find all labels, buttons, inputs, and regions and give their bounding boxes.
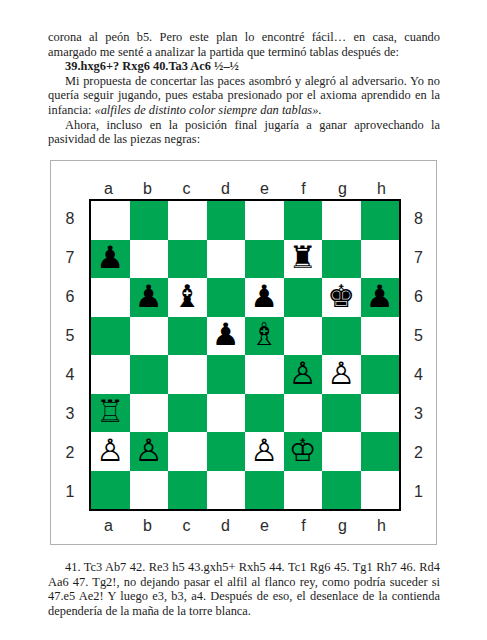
square-e5: ♗ <box>245 317 284 356</box>
square-b8 <box>130 201 169 240</box>
square-f6 <box>284 278 323 317</box>
chess-diagram: abcdefgh 87654321 ♟♜♟♝♟♚♟♟♗♙♙♖♙♙♙♔ 87654… <box>50 160 437 545</box>
paragraph-ahora: Ahora, incluso en la posición final juga… <box>48 118 440 147</box>
rank-label-3: 3 <box>401 394 436 433</box>
black-rook: ♜ <box>289 242 317 273</box>
square-d1 <box>207 471 246 510</box>
black-pawn: ♟ <box>96 242 124 273</box>
square-c3 <box>168 394 207 433</box>
square-h7 <box>361 240 400 279</box>
rank-label-2: 2 <box>401 433 436 472</box>
square-b3 <box>130 394 169 433</box>
square-b4 <box>130 355 169 394</box>
square-f1 <box>284 471 323 510</box>
file-label-a: a <box>89 181 128 197</box>
square-h1 <box>361 471 400 510</box>
square-d6 <box>207 278 246 317</box>
square-f3 <box>284 394 323 433</box>
square-a4 <box>91 355 130 394</box>
rank-label-4: 4 <box>401 355 436 394</box>
white-bishop: ♗ <box>250 319 278 350</box>
black-king: ♚ <box>327 281 355 312</box>
file-label-b: b <box>128 181 167 197</box>
square-f5 <box>284 317 323 356</box>
square-c5 <box>168 317 207 356</box>
square-b2: ♙ <box>130 432 169 471</box>
white-pawn: ♙ <box>250 435 278 466</box>
rank-label-5: 5 <box>51 316 89 355</box>
square-g5 <box>322 317 361 356</box>
book-page: corona al peón b5. Pero este plan lo enc… <box>0 0 487 640</box>
rank-label-8: 8 <box>51 199 89 238</box>
square-c8 <box>168 201 207 240</box>
square-f7: ♜ <box>284 240 323 279</box>
white-rook: ♖ <box>96 396 124 427</box>
white-pawn: ♙ <box>135 435 163 466</box>
rank-label-5: 5 <box>401 316 436 355</box>
square-c6: ♝ <box>168 278 207 317</box>
rank-labels-left: 87654321 <box>51 199 89 511</box>
rank-label-4: 4 <box>51 355 89 394</box>
square-d8 <box>207 201 246 240</box>
black-pawn: ♟ <box>250 281 278 312</box>
square-a7: ♟ <box>91 240 130 279</box>
rank-label-6: 6 <box>51 277 89 316</box>
moves-line: 39.hxg6+? Rxg6 40.Ta3 Ac6 ½–½ <box>48 59 440 74</box>
file-labels-bottom: abcdefgh <box>89 511 401 544</box>
square-d3 <box>207 394 246 433</box>
file-label-d: d <box>206 518 245 534</box>
square-a2: ♙ <box>91 432 130 471</box>
paragraph-intro: corona al peón b5. Pero este plan lo enc… <box>48 30 440 59</box>
square-c1 <box>168 471 207 510</box>
square-d4 <box>207 355 246 394</box>
rank-label-8: 8 <box>401 199 436 238</box>
file-labels-top: abcdefgh <box>89 161 401 199</box>
square-e1 <box>245 471 284 510</box>
file-label-e: e <box>245 518 284 534</box>
file-label-f: f <box>284 181 323 197</box>
white-pawn: ♙ <box>289 358 317 389</box>
square-f2: ♔ <box>284 432 323 471</box>
square-f4: ♙ <box>284 355 323 394</box>
square-g2 <box>322 432 361 471</box>
black-pawn: ♟ <box>135 281 163 312</box>
square-b5 <box>130 317 169 356</box>
file-label-c: c <box>167 181 206 197</box>
square-e6: ♟ <box>245 278 284 317</box>
square-g8 <box>322 201 361 240</box>
square-a3: ♖ <box>91 394 130 433</box>
square-g3 <box>322 394 361 433</box>
square-h3 <box>361 394 400 433</box>
file-label-f: f <box>284 518 323 534</box>
top-text-block: corona al peón b5. Pero este plan lo enc… <box>48 30 440 147</box>
square-e7 <box>245 240 284 279</box>
axiom-italic: «alfiles de distinto color siempre dan t… <box>94 103 321 117</box>
file-label-g: g <box>323 518 362 534</box>
rank-label-1: 1 <box>401 472 436 511</box>
square-g1 <box>322 471 361 510</box>
bottom-text-block: 41. Tc3 Ab7 42. Re3 h5 43.gxh5+ Rxh5 44.… <box>48 560 440 618</box>
rank-labels-right: 87654321 <box>401 199 436 511</box>
rank-label-7: 7 <box>51 238 89 277</box>
square-e2: ♙ <box>245 432 284 471</box>
square-c4 <box>168 355 207 394</box>
square-a8 <box>91 201 130 240</box>
rank-label-2: 2 <box>51 433 89 472</box>
white-king: ♔ <box>289 435 317 466</box>
rank-label-6: 6 <box>401 277 436 316</box>
black-bishop: ♝ <box>173 281 201 312</box>
square-b7 <box>130 240 169 279</box>
square-e4 <box>245 355 284 394</box>
file-label-h: h <box>362 518 401 534</box>
black-pawn: ♟ <box>212 319 240 350</box>
rank-label-1: 1 <box>51 472 89 511</box>
rank-label-7: 7 <box>401 238 436 277</box>
square-c2 <box>168 432 207 471</box>
square-c7 <box>168 240 207 279</box>
square-h6: ♟ <box>361 278 400 317</box>
square-d2 <box>207 432 246 471</box>
black-pawn: ♟ <box>366 281 394 312</box>
paragraph-proposal: Mi propuesta de concertar las paces asom… <box>48 74 440 118</box>
chess-board: ♟♜♟♝♟♚♟♟♗♙♙♖♙♙♙♔ <box>89 199 401 511</box>
white-pawn: ♙ <box>96 435 124 466</box>
square-g6: ♚ <box>322 278 361 317</box>
square-b6: ♟ <box>130 278 169 317</box>
square-h5 <box>361 317 400 356</box>
white-pawn: ♙ <box>327 358 355 389</box>
square-g4: ♙ <box>322 355 361 394</box>
square-h8 <box>361 201 400 240</box>
square-a6 <box>91 278 130 317</box>
square-g7 <box>322 240 361 279</box>
square-d5: ♟ <box>207 317 246 356</box>
square-e8 <box>245 201 284 240</box>
square-h2 <box>361 432 400 471</box>
file-label-d: d <box>206 181 245 197</box>
file-label-c: c <box>167 518 206 534</box>
square-h4 <box>361 355 400 394</box>
rank-label-3: 3 <box>51 394 89 433</box>
square-f8 <box>284 201 323 240</box>
file-label-g: g <box>323 181 362 197</box>
file-label-e: e <box>245 181 284 197</box>
square-e3 <box>245 394 284 433</box>
square-d7 <box>207 240 246 279</box>
square-a1 <box>91 471 130 510</box>
file-label-b: b <box>128 518 167 534</box>
file-label-h: h <box>362 181 401 197</box>
square-b1 <box>130 471 169 510</box>
file-label-a: a <box>89 518 128 534</box>
paragraph-continuation: 41. Tc3 Ab7 42. Re3 h5 43.gxh5+ Rxh5 44.… <box>48 560 440 618</box>
square-a5 <box>91 317 130 356</box>
